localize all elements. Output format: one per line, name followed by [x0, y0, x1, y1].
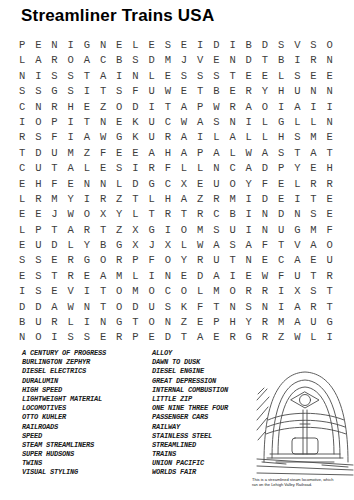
grid-cell-r19c3[interactable]: R — [46, 315, 62, 330]
grid-cell-r11c17[interactable]: E — [273, 192, 289, 207]
grid-cell-r9c19[interactable]: E — [305, 161, 321, 176]
grid-cell-r10c11[interactable]: X — [176, 177, 192, 192]
grid-cell-r3c2[interactable]: I — [30, 69, 46, 84]
grid-cell-r6c5[interactable]: T — [79, 115, 95, 130]
grid-cell-r6c18[interactable]: L — [289, 115, 305, 130]
grid-cell-r10c10[interactable]: C — [160, 177, 176, 192]
grid-cell-r16c18[interactable]: U — [289, 269, 305, 284]
grid-cell-r16c17[interactable]: F — [273, 269, 289, 284]
grid-cell-r7c3[interactable]: F — [46, 130, 62, 145]
grid-cell-r13c13[interactable]: S — [208, 223, 224, 238]
grid-cell-r8c3[interactable]: U — [46, 146, 62, 161]
grid-cell-r8c12[interactable]: P — [192, 146, 208, 161]
grid-cell-r5c9[interactable]: I — [144, 100, 160, 115]
grid-cell-r20c16[interactable]: R — [257, 330, 273, 345]
grid-cell-r16c4[interactable]: R — [63, 269, 79, 284]
grid-cell-r4c3[interactable]: G — [46, 84, 62, 99]
grid-cell-r17c7[interactable]: O — [111, 284, 127, 299]
grid-cell-r3c20[interactable]: E — [322, 69, 338, 84]
grid-cell-r8c7[interactable]: E — [111, 146, 127, 161]
grid-cell-r8c14[interactable]: L — [224, 146, 240, 161]
grid-cell-r3c15[interactable]: E — [241, 69, 257, 84]
grid-cell-r19c20[interactable]: G — [322, 315, 338, 330]
grid-cell-r12c13[interactable]: C — [208, 207, 224, 222]
grid-cell-r7c18[interactable]: S — [289, 130, 305, 145]
grid-cell-r15c1[interactable]: S — [14, 253, 30, 268]
grid-cell-r5c6[interactable]: Z — [95, 100, 111, 115]
grid-cell-r6c1[interactable]: I — [14, 115, 30, 130]
grid-cell-r2c4[interactable]: O — [63, 53, 79, 68]
grid-cell-r6c11[interactable]: W — [176, 115, 192, 130]
grid-cell-r7c5[interactable]: A — [79, 130, 95, 145]
grid-cell-r15c16[interactable]: E — [257, 253, 273, 268]
grid-cell-r7c6[interactable]: W — [95, 130, 111, 145]
grid-cell-r1c1[interactable]: P — [14, 38, 30, 53]
grid-cell-r3c14[interactable]: T — [224, 69, 240, 84]
grid-cell-r17c9[interactable]: O — [144, 284, 160, 299]
grid-cell-r7c11[interactable]: A — [176, 130, 192, 145]
grid-cell-r11c5[interactable]: I — [79, 192, 95, 207]
grid-cell-r4c1[interactable]: S — [14, 84, 30, 99]
grid-cell-r17c19[interactable]: S — [305, 284, 321, 299]
grid-cell-r18c8[interactable]: D — [127, 300, 143, 315]
grid-cell-r3c12[interactable]: S — [192, 69, 208, 84]
grid-cell-r6c3[interactable]: P — [46, 115, 62, 130]
grid-cell-r1c7[interactable]: E — [111, 38, 127, 53]
grid-cell-r1c20[interactable]: O — [322, 38, 338, 53]
grid-cell-r16c15[interactable]: E — [241, 269, 257, 284]
grid-cell-r2c17[interactable]: B — [273, 53, 289, 68]
grid-cell-r1c12[interactable]: I — [192, 38, 208, 53]
grid-cell-r17c15[interactable]: R — [241, 284, 257, 299]
grid-cell-r6c14[interactable]: N — [224, 115, 240, 130]
grid-cell-r5c11[interactable]: A — [176, 100, 192, 115]
grid-cell-r8c16[interactable]: A — [257, 146, 273, 161]
grid-cell-r9c20[interactable]: H — [322, 161, 338, 176]
grid-cell-r3c1[interactable]: N — [14, 69, 30, 84]
grid-cell-r15c12[interactable]: R — [192, 253, 208, 268]
grid-cell-r13c1[interactable]: L — [14, 223, 30, 238]
grid-cell-r5c8[interactable]: D — [127, 100, 143, 115]
grid-cell-r12c9[interactable]: T — [144, 207, 160, 222]
grid-cell-r9c16[interactable]: D — [257, 161, 273, 176]
grid-cell-r15c13[interactable]: U — [208, 253, 224, 268]
grid-cell-r20c10[interactable]: D — [160, 330, 176, 345]
grid-cell-r1c18[interactable]: V — [289, 38, 305, 53]
grid-cell-r16c19[interactable]: T — [305, 269, 321, 284]
grid-cell-r19c10[interactable]: N — [160, 315, 176, 330]
grid-cell-r17c1[interactable]: I — [14, 284, 30, 299]
grid-cell-r15c2[interactable]: S — [30, 253, 46, 268]
grid-cell-r15c5[interactable]: G — [79, 253, 95, 268]
grid-cell-r1c15[interactable]: B — [241, 38, 257, 53]
grid-cell-r9c18[interactable]: Y — [289, 161, 305, 176]
grid-cell-r16c8[interactable]: L — [127, 269, 143, 284]
grid-cell-r16c20[interactable]: R — [322, 269, 338, 284]
grid-cell-r11c10[interactable]: H — [160, 192, 176, 207]
grid-cell-r16c3[interactable]: T — [46, 269, 62, 284]
grid-cell-r20c7[interactable]: R — [111, 330, 127, 345]
grid-cell-r18c14[interactable]: N — [224, 300, 240, 315]
grid-cell-r2c19[interactable]: R — [305, 53, 321, 68]
grid-cell-r15c9[interactable]: F — [144, 253, 160, 268]
grid-cell-r4c5[interactable]: I — [79, 84, 95, 99]
grid-cell-r7c13[interactable]: L — [208, 130, 224, 145]
grid-cell-r12c11[interactable]: T — [176, 207, 192, 222]
grid-cell-r11c3[interactable]: M — [46, 192, 62, 207]
grid-cell-r13c10[interactable]: I — [160, 223, 176, 238]
grid-cell-r19c4[interactable]: L — [63, 315, 79, 330]
grid-cell-r14c15[interactable]: A — [241, 238, 257, 253]
grid-cell-r8c11[interactable]: A — [176, 146, 192, 161]
grid-cell-r12c14[interactable]: B — [224, 207, 240, 222]
grid-cell-r3c17[interactable]: L — [273, 69, 289, 84]
grid-cell-r12c20[interactable]: E — [322, 207, 338, 222]
grid-cell-r1c14[interactable]: I — [224, 38, 240, 53]
grid-cell-r12c10[interactable]: R — [160, 207, 176, 222]
grid-cell-r18c3[interactable]: A — [46, 300, 62, 315]
grid-cell-r10c9[interactable]: G — [144, 177, 160, 192]
grid-cell-r11c19[interactable]: T — [305, 192, 321, 207]
grid-cell-r5c19[interactable]: I — [305, 100, 321, 115]
grid-cell-r14c20[interactable]: O — [322, 238, 338, 253]
grid-cell-r1c16[interactable]: D — [257, 38, 273, 53]
grid-cell-r15c6[interactable]: O — [95, 253, 111, 268]
grid-cell-r15c15[interactable]: N — [241, 253, 257, 268]
grid-cell-r6c6[interactable]: N — [95, 115, 111, 130]
grid-cell-r9c2[interactable]: U — [30, 161, 46, 176]
grid-cell-r8c6[interactable]: F — [95, 146, 111, 161]
grid-cell-r11c4[interactable]: Y — [63, 192, 79, 207]
grid-cell-r10c17[interactable]: E — [273, 177, 289, 192]
grid-cell-r8c2[interactable]: D — [30, 146, 46, 161]
grid-cell-r17c4[interactable]: V — [63, 284, 79, 299]
grid-cell-r19c9[interactable]: O — [144, 315, 160, 330]
grid-cell-r6c20[interactable]: N — [322, 115, 338, 130]
grid-cell-r5c15[interactable]: A — [241, 100, 257, 115]
grid-cell-r16c2[interactable]: S — [30, 269, 46, 284]
grid-cell-r4c18[interactable]: U — [289, 84, 305, 99]
grid-cell-r2c13[interactable]: E — [208, 53, 224, 68]
grid-cell-r16c7[interactable]: M — [111, 269, 127, 284]
grid-cell-r10c16[interactable]: F — [257, 177, 273, 192]
grid-cell-r12c17[interactable]: D — [273, 207, 289, 222]
grid-cell-r15c11[interactable]: Y — [176, 253, 192, 268]
grid-cell-r10c19[interactable]: R — [305, 177, 321, 192]
grid-cell-r20c6[interactable]: E — [95, 330, 111, 345]
grid-cell-r3c7[interactable]: I — [111, 69, 127, 84]
grid-cell-r9c6[interactable]: E — [95, 161, 111, 176]
grid-cell-r8c19[interactable]: A — [305, 146, 321, 161]
grid-cell-r1c3[interactable]: N — [46, 38, 62, 53]
grid-cell-r1c17[interactable]: S — [273, 38, 289, 53]
grid-cell-r5c7[interactable]: O — [111, 100, 127, 115]
grid-cell-r18c19[interactable]: R — [305, 300, 321, 315]
grid-cell-r6c16[interactable]: L — [257, 115, 273, 130]
grid-cell-r16c1[interactable]: E — [14, 269, 30, 284]
grid-cell-r20c14[interactable]: R — [224, 330, 240, 345]
grid-cell-r9c13[interactable]: N — [208, 161, 224, 176]
grid-cell-r10c8[interactable]: D — [127, 177, 143, 192]
grid-cell-r1c2[interactable]: E — [30, 38, 46, 53]
grid-cell-r7c14[interactable]: A — [224, 130, 240, 145]
grid-cell-r8c9[interactable]: A — [144, 146, 160, 161]
grid-cell-r20c1[interactable]: N — [14, 330, 30, 345]
grid-cell-r8c15[interactable]: W — [241, 146, 257, 161]
grid-cell-r6c17[interactable]: G — [273, 115, 289, 130]
grid-cell-r14c6[interactable]: B — [95, 238, 111, 253]
grid-cell-r17c5[interactable]: I — [79, 284, 95, 299]
grid-cell-r14c10[interactable]: X — [160, 238, 176, 253]
grid-cell-r14c7[interactable]: G — [111, 238, 127, 253]
grid-cell-r13c9[interactable]: G — [144, 223, 160, 238]
grid-cell-r2c9[interactable]: D — [144, 53, 160, 68]
grid-cell-r17c14[interactable]: O — [224, 284, 240, 299]
grid-cell-r7c17[interactable]: H — [273, 130, 289, 145]
grid-cell-r16c9[interactable]: I — [144, 269, 160, 284]
grid-cell-r4c8[interactable]: F — [127, 84, 143, 99]
grid-cell-r17c2[interactable]: S — [30, 284, 46, 299]
grid-cell-r18c5[interactable]: N — [79, 300, 95, 315]
grid-cell-r14c1[interactable]: E — [14, 238, 30, 253]
grid-cell-r17c17[interactable]: I — [273, 284, 289, 299]
grid-cell-r9c11[interactable]: L — [176, 161, 192, 176]
grid-cell-r7c2[interactable]: S — [30, 130, 46, 145]
grid-cell-r11c14[interactable]: M — [224, 192, 240, 207]
grid-cell-r13c12[interactable]: M — [192, 223, 208, 238]
grid-cell-r17c16[interactable]: R — [257, 284, 273, 299]
grid-cell-r15c18[interactable]: A — [289, 253, 305, 268]
grid-cell-r12c15[interactable]: I — [241, 207, 257, 222]
grid-cell-r19c8[interactable]: T — [127, 315, 143, 330]
grid-cell-r8c4[interactable]: M — [63, 146, 79, 161]
grid-cell-r7c8[interactable]: K — [127, 130, 143, 145]
grid-cell-r10c5[interactable]: N — [79, 177, 95, 192]
grid-cell-r8c5[interactable]: Z — [79, 146, 95, 161]
grid-cell-r14c9[interactable]: J — [144, 238, 160, 253]
grid-cell-r2c16[interactable]: T — [257, 53, 273, 68]
grid-cell-r2c3[interactable]: R — [46, 53, 62, 68]
grid-cell-r4c17[interactable]: H — [273, 84, 289, 99]
grid-cell-r2c8[interactable]: S — [127, 53, 143, 68]
grid-cell-r6c10[interactable]: C — [160, 115, 176, 130]
grid-cell-r10c2[interactable]: H — [30, 177, 46, 192]
grid-cell-r14c8[interactable]: X — [127, 238, 143, 253]
grid-cell-r5c17[interactable]: I — [273, 100, 289, 115]
grid-cell-r13c5[interactable]: R — [79, 223, 95, 238]
grid-cell-r6c12[interactable]: A — [192, 115, 208, 130]
grid-cell-r19c12[interactable]: E — [192, 315, 208, 330]
grid-cell-r10c18[interactable]: L — [289, 177, 305, 192]
grid-cell-r13c19[interactable]: M — [305, 223, 321, 238]
grid-cell-r4c15[interactable]: R — [241, 84, 257, 99]
grid-cell-r15c20[interactable]: U — [322, 253, 338, 268]
grid-cell-r3c11[interactable]: S — [176, 69, 192, 84]
grid-cell-r2c7[interactable]: B — [111, 53, 127, 68]
grid-cell-r5c14[interactable]: R — [224, 100, 240, 115]
grid-cell-r4c10[interactable]: W — [160, 84, 176, 99]
grid-cell-r9c8[interactable]: I — [127, 161, 143, 176]
grid-cell-r7c15[interactable]: L — [241, 130, 257, 145]
grid-cell-r15c4[interactable]: R — [63, 253, 79, 268]
grid-cell-r2c1[interactable]: L — [14, 53, 30, 68]
grid-cell-r10c15[interactable]: Y — [241, 177, 257, 192]
grid-cell-r5c5[interactable]: E — [79, 100, 95, 115]
grid-cell-r15c17[interactable]: C — [273, 253, 289, 268]
grid-cell-r14c11[interactable]: L — [176, 238, 192, 253]
grid-cell-r3c19[interactable]: E — [305, 69, 321, 84]
grid-cell-r10c12[interactable]: E — [192, 177, 208, 192]
grid-cell-r19c14[interactable]: H — [224, 315, 240, 330]
grid-cell-r14c16[interactable]: F — [257, 238, 273, 253]
grid-cell-r19c13[interactable]: P — [208, 315, 224, 330]
grid-cell-r12c2[interactable]: E — [30, 207, 46, 222]
grid-cell-r5c13[interactable]: W — [208, 100, 224, 115]
grid-cell-r3c13[interactable]: S — [208, 69, 224, 84]
grid-cell-r12c19[interactable]: S — [305, 207, 321, 222]
grid-cell-r8c13[interactable]: A — [208, 146, 224, 161]
grid-cell-r14c4[interactable]: L — [63, 238, 79, 253]
grid-cell-r19c1[interactable]: B — [14, 315, 30, 330]
grid-cell-r9c4[interactable]: A — [63, 161, 79, 176]
grid-cell-r16c11[interactable]: E — [176, 269, 192, 284]
grid-cell-r13c20[interactable]: F — [322, 223, 338, 238]
grid-cell-r11c15[interactable]: I — [241, 192, 257, 207]
grid-cell-r11c20[interactable]: E — [322, 192, 338, 207]
grid-cell-r1c13[interactable]: D — [208, 38, 224, 53]
grid-cell-r6c4[interactable]: I — [63, 115, 79, 130]
grid-cell-r19c6[interactable]: N — [95, 315, 111, 330]
grid-cell-r17c18[interactable]: X — [289, 284, 305, 299]
grid-cell-r15c14[interactable]: T — [224, 253, 240, 268]
grid-cell-r20c5[interactable]: S — [79, 330, 95, 345]
grid-cell-r1c11[interactable]: E — [176, 38, 192, 53]
grid-cell-r9c17[interactable]: P — [273, 161, 289, 176]
grid-cell-r7c16[interactable]: L — [257, 130, 273, 145]
grid-cell-r17c11[interactable]: O — [176, 284, 192, 299]
grid-cell-r18c16[interactable]: N — [257, 300, 273, 315]
grid-cell-r3c16[interactable]: E — [257, 69, 273, 84]
grid-cell-r2c5[interactable]: A — [79, 53, 95, 68]
grid-cell-r16c14[interactable]: I — [224, 269, 240, 284]
grid-cell-r8c1[interactable]: T — [14, 146, 30, 161]
grid-cell-r19c2[interactable]: U — [30, 315, 46, 330]
grid-cell-r16c5[interactable]: E — [79, 269, 95, 284]
grid-cell-r13c8[interactable]: X — [127, 223, 143, 238]
grid-cell-r2c20[interactable]: N — [322, 53, 338, 68]
grid-cell-r14c5[interactable]: Y — [79, 238, 95, 253]
grid-cell-r9c7[interactable]: S — [111, 161, 127, 176]
grid-cell-r13c17[interactable]: U — [273, 223, 289, 238]
grid-cell-r18c20[interactable]: T — [322, 300, 338, 315]
grid-cell-r7c12[interactable]: I — [192, 130, 208, 145]
grid-cell-r18c15[interactable]: S — [241, 300, 257, 315]
grid-cell-r5c4[interactable]: H — [63, 100, 79, 115]
grid-cell-r5c10[interactable]: T — [160, 100, 176, 115]
grid-cell-r17c10[interactable]: C — [160, 284, 176, 299]
grid-cell-r3c4[interactable]: S — [63, 69, 79, 84]
grid-cell-r12c8[interactable]: L — [127, 207, 143, 222]
grid-cell-r9c5[interactable]: L — [79, 161, 95, 176]
grid-cell-r10c3[interactable]: F — [46, 177, 62, 192]
grid-cell-r13c3[interactable]: T — [46, 223, 62, 238]
grid-cell-r10c20[interactable]: R — [322, 177, 338, 192]
grid-cell-r4c2[interactable]: S — [30, 84, 46, 99]
grid-cell-r13c15[interactable]: I — [241, 223, 257, 238]
grid-cell-r9c1[interactable]: C — [14, 161, 30, 176]
grid-cell-r3c8[interactable]: N — [127, 69, 143, 84]
grid-cell-r19c18[interactable]: A — [289, 315, 305, 330]
grid-cell-r16c6[interactable]: A — [95, 269, 111, 284]
grid-cell-r12c7[interactable]: Y — [111, 207, 127, 222]
grid-cell-r20c8[interactable]: P — [127, 330, 143, 345]
grid-cell-r15c3[interactable]: E — [46, 253, 62, 268]
grid-cell-r11c18[interactable]: I — [289, 192, 305, 207]
grid-cell-r8c17[interactable]: S — [273, 146, 289, 161]
grid-cell-r1c9[interactable]: E — [144, 38, 160, 53]
grid-cell-r5c2[interactable]: N — [30, 100, 46, 115]
grid-cell-r10c13[interactable]: U — [208, 177, 224, 192]
grid-cell-r6c7[interactable]: E — [111, 115, 127, 130]
grid-cell-r20c12[interactable]: A — [192, 330, 208, 345]
grid-cell-r8c20[interactable]: T — [322, 146, 338, 161]
grid-cell-r9c12[interactable]: L — [192, 161, 208, 176]
grid-cell-r18c2[interactable]: D — [30, 300, 46, 315]
grid-cell-r18c13[interactable]: T — [208, 300, 224, 315]
grid-cell-r19c11[interactable]: Z — [176, 315, 192, 330]
grid-cell-r13c14[interactable]: U — [224, 223, 240, 238]
grid-cell-r14c18[interactable]: V — [289, 238, 305, 253]
grid-cell-r12c5[interactable]: O — [79, 207, 95, 222]
grid-cell-r6c19[interactable]: L — [305, 115, 321, 130]
grid-cell-r1c10[interactable]: S — [160, 38, 176, 53]
grid-cell-r9c3[interactable]: T — [46, 161, 62, 176]
grid-cell-r4c7[interactable]: S — [111, 84, 127, 99]
grid-cell-r20c13[interactable]: E — [208, 330, 224, 345]
grid-cell-r20c4[interactable]: S — [63, 330, 79, 345]
grid-cell-r7c1[interactable]: R — [14, 130, 30, 145]
grid-cell-r2c12[interactable]: V — [192, 53, 208, 68]
grid-cell-r3c18[interactable]: S — [289, 69, 305, 84]
grid-cell-r1c6[interactable]: N — [95, 38, 111, 53]
grid-cell-r12c18[interactable]: N — [289, 207, 305, 222]
grid-cell-r11c13[interactable]: R — [208, 192, 224, 207]
grid-cell-r18c7[interactable]: O — [111, 300, 127, 315]
grid-cell-r17c20[interactable]: T — [322, 284, 338, 299]
grid-cell-r16c16[interactable]: W — [257, 269, 273, 284]
grid-cell-r18c11[interactable]: K — [176, 300, 192, 315]
grid-cell-r13c6[interactable]: T — [95, 223, 111, 238]
grid-cell-r8c10[interactable]: H — [160, 146, 176, 161]
grid-cell-r2c18[interactable]: I — [289, 53, 305, 68]
grid-cell-r14c14[interactable]: S — [224, 238, 240, 253]
grid-cell-r15c10[interactable]: O — [160, 253, 176, 268]
grid-cell-r11c8[interactable]: T — [127, 192, 143, 207]
grid-cell-r11c11[interactable]: A — [176, 192, 192, 207]
grid-cell-r20c15[interactable]: G — [241, 330, 257, 345]
grid-cell-r5c20[interactable]: I — [322, 100, 338, 115]
grid-cell-r6c8[interactable]: K — [127, 115, 143, 130]
grid-cell-r13c11[interactable]: O — [176, 223, 192, 238]
grid-cell-r16c12[interactable]: D — [192, 269, 208, 284]
grid-cell-r14c2[interactable]: U — [30, 238, 46, 253]
grid-cell-r2c6[interactable]: C — [95, 53, 111, 68]
grid-cell-r19c5[interactable]: I — [79, 315, 95, 330]
grid-cell-r5c12[interactable]: P — [192, 100, 208, 115]
grid-cell-r12c16[interactable]: N — [257, 207, 273, 222]
grid-cell-r4c20[interactable]: N — [322, 84, 338, 99]
grid-cell-r20c17[interactable]: Z — [273, 330, 289, 345]
